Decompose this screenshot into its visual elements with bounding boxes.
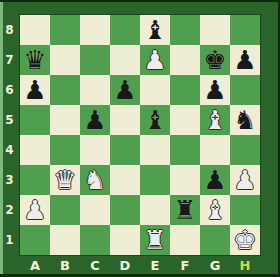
rank-label-5: 5 <box>2 105 17 135</box>
piece-white-bishop[interactable]: ♝ <box>203 197 226 223</box>
file-label-B: B <box>50 257 80 274</box>
square-d6[interactable]: ♟ <box>110 75 140 105</box>
square-b4[interactable] <box>50 135 80 165</box>
square-e5[interactable]: ♝ <box>140 105 170 135</box>
square-a3[interactable] <box>20 165 50 195</box>
square-d5[interactable] <box>110 105 140 135</box>
piece-black-pawn[interactable]: ♟ <box>233 47 256 73</box>
square-e3[interactable] <box>140 165 170 195</box>
square-e6[interactable] <box>140 75 170 105</box>
square-g7[interactable]: ♚ <box>200 45 230 75</box>
piece-black-bishop[interactable]: ♝ <box>143 107 166 133</box>
square-h4[interactable] <box>230 135 260 165</box>
square-b5[interactable] <box>50 105 80 135</box>
piece-white-queen[interactable]: ♛ <box>53 167 76 193</box>
piece-black-pawn[interactable]: ♟ <box>203 167 226 193</box>
square-f6[interactable] <box>170 75 200 105</box>
square-h1[interactable]: ♚ <box>230 225 260 255</box>
file-label-D: D <box>110 257 140 274</box>
file-label-E: E <box>140 257 170 274</box>
square-e8[interactable]: ♝ <box>140 15 170 45</box>
piece-black-pawn[interactable]: ♟ <box>203 77 226 103</box>
square-c1[interactable] <box>80 225 110 255</box>
square-h8[interactable] <box>230 15 260 45</box>
square-a2[interactable]: ♟ <box>20 195 50 225</box>
square-b1[interactable] <box>50 225 80 255</box>
piece-black-rook[interactable]: ♜ <box>173 197 196 223</box>
square-e4[interactable] <box>140 135 170 165</box>
piece-black-knight[interactable]: ♞ <box>233 107 256 133</box>
square-a6[interactable]: ♟ <box>20 75 50 105</box>
square-d8[interactable] <box>110 15 140 45</box>
rank-label-6: 6 <box>2 75 17 105</box>
square-g1[interactable] <box>200 225 230 255</box>
square-f4[interactable] <box>170 135 200 165</box>
square-d7[interactable] <box>110 45 140 75</box>
chess-board: ♝♛♟♚♟♟♟♟♟♝♝♞♛♞♟♟♟♜♝♜♚ <box>20 15 260 255</box>
piece-black-queen[interactable]: ♛ <box>23 47 46 73</box>
square-b8[interactable] <box>50 15 80 45</box>
rank-label-1: 1 <box>2 225 17 255</box>
piece-white-pawn[interactable]: ♟ <box>23 197 46 223</box>
piece-black-pawn[interactable]: ♟ <box>113 77 136 103</box>
square-f8[interactable] <box>170 15 200 45</box>
square-e2[interactable] <box>140 195 170 225</box>
square-b3[interactable]: ♛ <box>50 165 80 195</box>
piece-black-pawn[interactable]: ♟ <box>83 107 106 133</box>
square-c7[interactable] <box>80 45 110 75</box>
square-b2[interactable] <box>50 195 80 225</box>
square-f3[interactable] <box>170 165 200 195</box>
piece-white-pawn[interactable]: ♟ <box>143 47 166 73</box>
square-c3[interactable]: ♞ <box>80 165 110 195</box>
square-a4[interactable] <box>20 135 50 165</box>
square-c5[interactable]: ♟ <box>80 105 110 135</box>
piece-white-king[interactable]: ♚ <box>233 227 256 253</box>
piece-white-pawn[interactable]: ♟ <box>233 167 256 193</box>
square-h5[interactable]: ♞ <box>230 105 260 135</box>
square-h3[interactable]: ♟ <box>230 165 260 195</box>
square-a8[interactable] <box>20 15 50 45</box>
square-e1[interactable]: ♜ <box>140 225 170 255</box>
square-d2[interactable] <box>110 195 140 225</box>
file-label-H: H <box>230 257 260 274</box>
square-h6[interactable] <box>230 75 260 105</box>
square-f2[interactable]: ♜ <box>170 195 200 225</box>
square-e7[interactable]: ♟ <box>140 45 170 75</box>
rank-label-3: 3 <box>2 165 17 195</box>
square-c2[interactable] <box>80 195 110 225</box>
square-f7[interactable] <box>170 45 200 75</box>
square-g4[interactable] <box>200 135 230 165</box>
piece-white-bishop[interactable]: ♝ <box>203 107 226 133</box>
chess-diagram: ♝♛♟♚♟♟♟♟♟♝♝♞♛♞♟♟♟♜♝♜♚ 87654321 ABCDEFGH <box>0 0 280 277</box>
square-c4[interactable] <box>80 135 110 165</box>
rank-label-8: 8 <box>2 15 17 45</box>
square-a1[interactable] <box>20 225 50 255</box>
piece-white-knight[interactable]: ♞ <box>83 167 106 193</box>
square-g8[interactable] <box>200 15 230 45</box>
square-g3[interactable]: ♟ <box>200 165 230 195</box>
frame-edge-left <box>0 0 3 277</box>
square-c6[interactable] <box>80 75 110 105</box>
square-b7[interactable] <box>50 45 80 75</box>
file-label-C: C <box>80 257 110 274</box>
frame-edge-right <box>278 0 280 277</box>
square-g2[interactable]: ♝ <box>200 195 230 225</box>
piece-white-rook[interactable]: ♜ <box>143 227 166 253</box>
square-f1[interactable] <box>170 225 200 255</box>
square-b6[interactable] <box>50 75 80 105</box>
frame-edge-top <box>0 0 280 2</box>
piece-black-bishop[interactable]: ♝ <box>143 17 166 43</box>
file-label-G: G <box>200 257 230 274</box>
square-c8[interactable] <box>80 15 110 45</box>
rank-label-7: 7 <box>2 45 17 75</box>
piece-black-pawn[interactable]: ♟ <box>23 77 46 103</box>
square-d3[interactable] <box>110 165 140 195</box>
rank-label-4: 4 <box>2 135 17 165</box>
square-h2[interactable] <box>230 195 260 225</box>
piece-black-king[interactable]: ♚ <box>203 47 226 73</box>
square-g6[interactable]: ♟ <box>200 75 230 105</box>
square-a7[interactable]: ♛ <box>20 45 50 75</box>
square-f5[interactable] <box>170 105 200 135</box>
square-g5[interactable]: ♝ <box>200 105 230 135</box>
square-a5[interactable] <box>20 105 50 135</box>
square-d4[interactable] <box>110 135 140 165</box>
square-h7[interactable]: ♟ <box>230 45 260 75</box>
rank-label-2: 2 <box>2 195 17 225</box>
file-label-F: F <box>170 257 200 274</box>
square-d1[interactable] <box>110 225 140 255</box>
file-label-A: A <box>20 257 50 274</box>
